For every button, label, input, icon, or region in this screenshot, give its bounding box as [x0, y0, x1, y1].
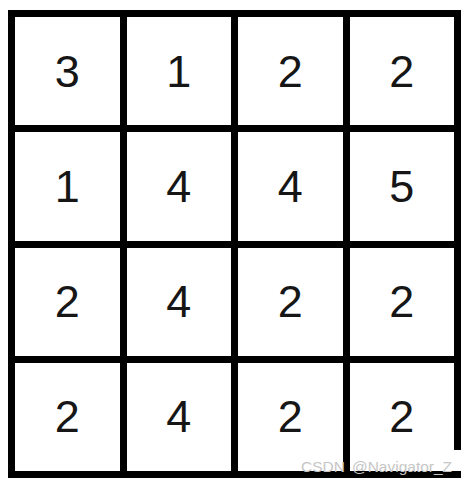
- number-grid-board: 3 1 2 2 1 4 4 5 2 4 2 2 2 4 2 2: [8, 10, 461, 478]
- watermark-csdn: CSDN: [301, 458, 345, 476]
- watermark-handle: @Navigator_Z: [352, 458, 452, 476]
- grid-cell-r1c2: 4: [238, 132, 343, 240]
- grid-cell-r2c1: 4: [127, 248, 232, 356]
- grid-cell-r3c0: 2: [15, 363, 120, 471]
- grid-cell-r0c1: 1: [127, 17, 232, 125]
- grid-cell-r0c2: 2: [238, 17, 343, 125]
- watermark: CSDN @Navigator_Z: [301, 458, 452, 476]
- grid-cell-r1c3: 5: [350, 132, 455, 240]
- grid-cell-r2c0: 2: [15, 248, 120, 356]
- grid-cell-r1c0: 1: [15, 132, 120, 240]
- grid-cell-r1c1: 4: [127, 132, 232, 240]
- grid-cell-r2c2: 2: [238, 248, 343, 356]
- grid-cell-r0c0: 3: [15, 17, 120, 125]
- grid-cell-r0c3: 2: [350, 17, 455, 125]
- grid-cell-r2c3: 2: [350, 248, 455, 356]
- grid-cell-r3c1: 4: [127, 363, 232, 471]
- grid-cell-r3c2: 2: [238, 363, 343, 471]
